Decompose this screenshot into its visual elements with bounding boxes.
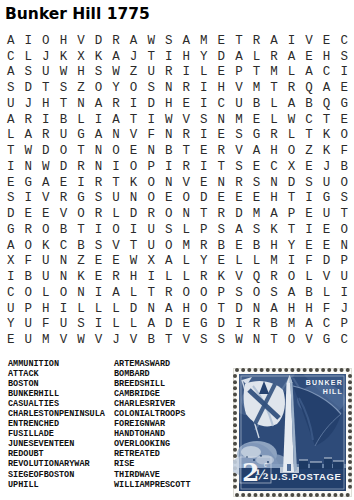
grid-cell: L bbox=[20, 49, 38, 65]
grid-cell: F bbox=[318, 301, 336, 317]
grid-cell: X bbox=[2, 254, 20, 270]
grid-cell: O bbox=[177, 285, 195, 301]
grid-cell: P bbox=[213, 285, 231, 301]
grid-cell: M bbox=[177, 238, 195, 254]
grid-cell: N bbox=[20, 159, 38, 175]
word-list-item: CHARLESRIVER bbox=[114, 399, 191, 409]
grid-cell: E bbox=[195, 143, 213, 159]
grid-cell: A bbox=[318, 80, 336, 96]
grid-cell: I bbox=[20, 33, 38, 49]
grid-cell: O bbox=[142, 191, 160, 207]
grid-cell: O bbox=[55, 143, 73, 159]
word-list-item: CHARLESTONPENINSULA bbox=[8, 409, 105, 419]
grid-cell: R bbox=[248, 33, 266, 49]
grid-cell: I bbox=[107, 159, 125, 175]
grid-cell: A bbox=[2, 112, 20, 128]
grid-cell: S bbox=[248, 175, 266, 191]
grid-cell: U bbox=[318, 206, 336, 222]
word-list-item: FUSILLADE bbox=[8, 429, 105, 439]
grid-cell: C bbox=[335, 332, 353, 348]
grid-cell: E bbox=[300, 238, 318, 254]
grid-cell: M bbox=[37, 332, 55, 348]
grid-cell: Q bbox=[318, 96, 336, 112]
grid-cell: V bbox=[230, 143, 248, 159]
grid-cell: T bbox=[55, 96, 73, 112]
word-list-item: JUNESEVENTEEN bbox=[8, 439, 105, 449]
grid-cell: N bbox=[335, 238, 353, 254]
grid-cell: D bbox=[283, 175, 301, 191]
grid-cell: B bbox=[20, 269, 38, 285]
grid-cell: E bbox=[300, 159, 318, 175]
grid-cell: S bbox=[230, 128, 248, 144]
grid-cell: O bbox=[125, 159, 143, 175]
word-list-item: THIRDWAVE bbox=[114, 470, 191, 480]
grid-cell: S bbox=[230, 285, 248, 301]
grid-cell: R bbox=[160, 285, 178, 301]
grid-cell: V bbox=[125, 332, 143, 348]
grid-cell: W bbox=[55, 65, 73, 81]
grid-cell: A bbox=[300, 317, 318, 333]
grid-cell: R bbox=[107, 96, 125, 112]
grid-cell: D bbox=[195, 191, 213, 207]
grid-cell: D bbox=[20, 80, 38, 96]
grid-cell: R bbox=[213, 143, 231, 159]
grid-cell: B bbox=[335, 159, 353, 175]
grid-cell: H bbox=[160, 96, 178, 112]
grid-cell: A bbox=[160, 254, 178, 270]
grid-cell: C bbox=[318, 65, 336, 81]
grid-cell: W bbox=[160, 112, 178, 128]
grid-cell: R bbox=[20, 222, 38, 238]
grid-cell: S bbox=[230, 159, 248, 175]
grid-cell: S bbox=[20, 65, 38, 81]
grid-cell: H bbox=[283, 301, 301, 317]
grid-cell: D bbox=[318, 254, 336, 270]
grid-cell: T bbox=[160, 332, 178, 348]
grid-cell: B bbox=[248, 96, 266, 112]
grid-cell: S bbox=[335, 49, 353, 65]
grid-cell: N bbox=[142, 143, 160, 159]
grid-cell: U bbox=[37, 269, 55, 285]
grid-cell: O bbox=[72, 206, 90, 222]
grid-cell: A bbox=[265, 206, 283, 222]
grid-cell: N bbox=[90, 143, 108, 159]
grid-cell: C bbox=[2, 49, 20, 65]
grid-cell: I bbox=[195, 159, 213, 175]
grid-cell: D bbox=[55, 159, 73, 175]
grid-cell: B bbox=[55, 112, 73, 128]
grid-cell: H bbox=[37, 301, 55, 317]
grid-cell: S bbox=[90, 191, 108, 207]
grid-cell: S bbox=[213, 222, 231, 238]
word-list-item: BOSTON bbox=[8, 379, 105, 389]
grid-cell: I bbox=[55, 301, 73, 317]
grid-cell: V bbox=[300, 332, 318, 348]
grid-cell: N bbox=[248, 332, 266, 348]
grid-cell: N bbox=[90, 159, 108, 175]
word-list-item: AMMUNITION bbox=[8, 359, 105, 369]
grid-cell: L bbox=[37, 285, 55, 301]
grid-cell: K bbox=[72, 269, 90, 285]
grid-cell: A bbox=[283, 49, 301, 65]
grid-cell: M bbox=[248, 80, 266, 96]
grid-cell: V bbox=[177, 332, 195, 348]
grid-cell: A bbox=[142, 317, 160, 333]
grid-cell: H bbox=[125, 269, 143, 285]
grid-cell: I bbox=[2, 159, 20, 175]
word-list-item: HANDTOHAND bbox=[114, 429, 191, 439]
grid-cell: N bbox=[125, 191, 143, 207]
grid-cell: P bbox=[335, 254, 353, 270]
grid-cell: H bbox=[265, 143, 283, 159]
grid-cell: U bbox=[142, 222, 160, 238]
grid-cell: S bbox=[195, 112, 213, 128]
grid-cell: I bbox=[90, 285, 108, 301]
word-list-item: BREEDSHILL bbox=[114, 379, 191, 389]
grid-cell: B bbox=[300, 285, 318, 301]
stamp-title-line2: HILL bbox=[323, 388, 343, 395]
grid-cell: V bbox=[55, 332, 73, 348]
grid-cell: Y bbox=[2, 317, 20, 333]
grid-cell: M bbox=[265, 65, 283, 81]
grid-cell: B bbox=[248, 238, 266, 254]
grid-cell: J bbox=[20, 96, 38, 112]
grid-cell: I bbox=[177, 65, 195, 81]
grid-cell: E bbox=[55, 175, 73, 191]
grid-cell: T bbox=[72, 222, 90, 238]
grid-cell: P bbox=[142, 159, 160, 175]
grid-cell: K bbox=[125, 175, 143, 191]
grid-cell: I bbox=[300, 222, 318, 238]
grid-cell: E bbox=[213, 65, 231, 81]
word-search-worksheet: Bunker Hill 1775 AIOHVDRAWSAMETRAIVECCLJ… bbox=[0, 0, 354, 500]
grid-cell: N bbox=[213, 175, 231, 191]
grid-cell: I bbox=[90, 222, 108, 238]
bunker-hill-stamp: BUNKER HILL 2 ½ c U.S.POSTAGE bbox=[233, 368, 352, 497]
grid-cell: R bbox=[37, 128, 55, 144]
grid-cell: S bbox=[160, 222, 178, 238]
grid-cell: C bbox=[55, 238, 73, 254]
grid-cell: U bbox=[20, 317, 38, 333]
grid-cell: F bbox=[335, 143, 353, 159]
grid-cell: Y bbox=[107, 80, 125, 96]
grid-cell: A bbox=[125, 33, 143, 49]
grid-cell: E bbox=[300, 206, 318, 222]
grid-cell: B bbox=[55, 222, 73, 238]
grid-cell: Z bbox=[125, 65, 143, 81]
grid-cell: A bbox=[2, 33, 20, 49]
grid-cell: T bbox=[125, 112, 143, 128]
word-list-column-1: AMMUNITIONATTACKBOSTONBUNKERHILLCASUALTI… bbox=[8, 359, 105, 490]
grid-cell: L bbox=[107, 317, 125, 333]
grid-cell: F bbox=[142, 128, 160, 144]
grid-cell: A bbox=[20, 128, 38, 144]
grid-cell: T bbox=[265, 80, 283, 96]
grid-cell: I bbox=[37, 112, 55, 128]
grid-cell: A bbox=[248, 143, 266, 159]
grid-cell: H bbox=[177, 49, 195, 65]
grid-cell: M bbox=[265, 254, 283, 270]
grid-cell: R bbox=[20, 112, 38, 128]
grid-cell: A bbox=[265, 33, 283, 49]
grid-cell: E bbox=[37, 206, 55, 222]
grid-cell: D bbox=[160, 317, 178, 333]
grid-cell: A bbox=[90, 128, 108, 144]
grid-cell: G bbox=[2, 222, 20, 238]
grid-cell: O bbox=[160, 238, 178, 254]
grid-cell: R bbox=[160, 65, 178, 81]
word-list-item: FOREIGNWAR bbox=[114, 419, 191, 429]
grid-cell: L bbox=[195, 65, 213, 81]
grid-cell: L bbox=[125, 317, 143, 333]
grid-cell: N bbox=[107, 128, 125, 144]
grid-cell: O bbox=[125, 80, 143, 96]
word-list-item: SIEGEOFBOSTON bbox=[8, 470, 105, 480]
grid-cell: R bbox=[90, 206, 108, 222]
grid-cell: A bbox=[107, 112, 125, 128]
stamp-title-line1: BUNKER bbox=[306, 379, 343, 386]
grid-cell: O bbox=[107, 222, 125, 238]
grid-cell: E bbox=[335, 80, 353, 96]
grid-cell: I bbox=[195, 80, 213, 96]
grid-cell: V bbox=[300, 33, 318, 49]
grid-cell: H bbox=[318, 49, 336, 65]
grid-cell: V bbox=[125, 128, 143, 144]
word-list-item: ENTRENCHED bbox=[8, 419, 105, 429]
grid-cell: J bbox=[125, 49, 143, 65]
grid-cell: H bbox=[300, 301, 318, 317]
grid-cell: A bbox=[2, 238, 20, 254]
grid-cell: D bbox=[213, 317, 231, 333]
word-list-item: CAMBRIDGE bbox=[114, 389, 191, 399]
grid-cell: E bbox=[248, 191, 266, 207]
grid-cell: C bbox=[2, 285, 20, 301]
grid-cell: E bbox=[248, 112, 266, 128]
grid-cell: O bbox=[248, 285, 266, 301]
stamp-graphic: BUNKER HILL 2 ½ c U.S.POSTAGE bbox=[233, 368, 352, 497]
stamp-us-postage: U.S.POSTAGE bbox=[271, 471, 342, 482]
grid-cell: O bbox=[335, 222, 353, 238]
grid-cell: J bbox=[318, 159, 336, 175]
grid-cell: O bbox=[90, 80, 108, 96]
grid-cell: B bbox=[142, 332, 160, 348]
grid-cell: H bbox=[265, 191, 283, 207]
grid-cell: S bbox=[2, 191, 20, 207]
grid-cell: T bbox=[265, 332, 283, 348]
grid-cell: S bbox=[195, 332, 213, 348]
grid-cell: E bbox=[195, 175, 213, 191]
grid-cell: V bbox=[230, 80, 248, 96]
grid-cell: O bbox=[283, 332, 301, 348]
grid-cell: F bbox=[300, 254, 318, 270]
grid-cell: E bbox=[300, 49, 318, 65]
grid-cell: X bbox=[72, 49, 90, 65]
grid-cell: I bbox=[2, 269, 20, 285]
grid-cell: G bbox=[318, 191, 336, 207]
grid-cell: T bbox=[248, 65, 266, 81]
grid-cell: E bbox=[230, 238, 248, 254]
grid-cell: L bbox=[160, 269, 178, 285]
grid-cell: T bbox=[230, 33, 248, 49]
grid-cell: L bbox=[283, 65, 301, 81]
grid-cell: H bbox=[213, 80, 231, 96]
grid-cell: O bbox=[335, 175, 353, 191]
grid-cell: U bbox=[20, 332, 38, 348]
grid-cell: E bbox=[2, 175, 20, 191]
grid-cell: L bbox=[177, 254, 195, 270]
grid-cell: L bbox=[265, 96, 283, 112]
grid-cell: B bbox=[265, 317, 283, 333]
grid-cell: W bbox=[230, 332, 248, 348]
grid-cell: R bbox=[72, 159, 90, 175]
grid-cell: L bbox=[318, 285, 336, 301]
grid-cell: T bbox=[177, 143, 195, 159]
grid-cell: T bbox=[72, 143, 90, 159]
grid-cell: H bbox=[37, 96, 55, 112]
grid-cell: R bbox=[90, 175, 108, 191]
grid-cell: B bbox=[300, 96, 318, 112]
grid-cell: D bbox=[230, 301, 248, 317]
grid-cell: W bbox=[72, 332, 90, 348]
word-list-item: RISE bbox=[114, 459, 191, 469]
grid-cell: H bbox=[265, 238, 283, 254]
grid-cell: L bbox=[177, 269, 195, 285]
grid-cell: E bbox=[125, 143, 143, 159]
grid-cell: T bbox=[300, 128, 318, 144]
grid-cell: T bbox=[213, 159, 231, 175]
grid-cell: R bbox=[195, 269, 213, 285]
grid-cell: A bbox=[107, 285, 125, 301]
grid-cell: N bbox=[248, 301, 266, 317]
grid-cell: I bbox=[90, 112, 108, 128]
grid-cell: E bbox=[318, 222, 336, 238]
grid-cell: A bbox=[177, 33, 195, 49]
grid-cell: O bbox=[37, 222, 55, 238]
grid-cell: I bbox=[142, 269, 160, 285]
grid-cell: S bbox=[2, 80, 20, 96]
grid-cell: H bbox=[72, 65, 90, 81]
grid-cell: Z bbox=[72, 254, 90, 270]
grid-cell: C bbox=[300, 112, 318, 128]
grid-cell: L bbox=[125, 285, 143, 301]
grid-cell: I bbox=[20, 191, 38, 207]
grid-cell: Y bbox=[195, 49, 213, 65]
grid-cell: G bbox=[72, 191, 90, 207]
grid-cell: M bbox=[283, 317, 301, 333]
letter-grid: AIOHVDRAWSAMETRAIVECCLJKXKAJTIHYDALRAEHS… bbox=[2, 33, 353, 348]
grid-cell: B bbox=[213, 238, 231, 254]
grid-cell: N bbox=[177, 206, 195, 222]
grid-cell: U bbox=[37, 254, 55, 270]
stamp-vignette: BUNKER HILL 2 ½ c U.S.POSTAGE bbox=[233, 374, 346, 491]
grid-cell: V bbox=[90, 332, 108, 348]
grid-cell: R bbox=[248, 317, 266, 333]
grid-cell: S bbox=[55, 80, 73, 96]
grid-cell: L bbox=[248, 254, 266, 270]
grid-cell: O bbox=[177, 191, 195, 207]
grid-cell: I bbox=[160, 159, 178, 175]
grid-cell: I bbox=[125, 96, 143, 112]
grid-cell: U bbox=[335, 269, 353, 285]
grid-cell: O bbox=[20, 238, 38, 254]
grid-cell: T bbox=[142, 285, 160, 301]
grid-cell: L bbox=[177, 222, 195, 238]
grid-cell: E bbox=[213, 128, 231, 144]
grid-cell: U bbox=[55, 317, 73, 333]
grid-cell: R bbox=[265, 49, 283, 65]
grid-cell: S bbox=[72, 317, 90, 333]
grid-cell: E bbox=[90, 269, 108, 285]
grid-cell: E bbox=[213, 254, 231, 270]
grid-cell: U bbox=[230, 96, 248, 112]
grid-cell: S bbox=[142, 80, 160, 96]
grid-cell: D bbox=[213, 49, 231, 65]
grid-cell: K bbox=[37, 238, 55, 254]
word-list-item: WILLIAMPRESCOTT bbox=[114, 480, 191, 490]
grid-cell: B bbox=[72, 238, 90, 254]
grid-cell: E bbox=[2, 332, 20, 348]
grid-cell: O bbox=[55, 285, 73, 301]
grid-cell: I bbox=[283, 254, 301, 270]
grid-cell: L bbox=[107, 301, 125, 317]
grid-cell: R bbox=[177, 128, 195, 144]
grid-cell: N bbox=[213, 112, 231, 128]
grid-cell: N bbox=[55, 254, 73, 270]
grid-cell: J bbox=[37, 49, 55, 65]
grid-cell: W bbox=[125, 254, 143, 270]
grid-cell: T bbox=[318, 112, 336, 128]
word-list-item: UPHILL bbox=[8, 480, 105, 490]
grid-cell: E bbox=[160, 191, 178, 207]
grid-cell: Y bbox=[283, 238, 301, 254]
grid-cell: E bbox=[248, 159, 266, 175]
grid-cell: R bbox=[195, 238, 213, 254]
grid-cell: W bbox=[20, 143, 38, 159]
grid-cell: A bbox=[283, 285, 301, 301]
grid-cell: I bbox=[72, 175, 90, 191]
grid-cell: A bbox=[283, 96, 301, 112]
grid-cell: U bbox=[142, 238, 160, 254]
grid-cell: R bbox=[177, 159, 195, 175]
grid-cell: C bbox=[318, 317, 336, 333]
grid-cell: R bbox=[177, 80, 195, 96]
grid-cell: E bbox=[177, 317, 195, 333]
grid-cell: E bbox=[213, 33, 231, 49]
grid-cell: H bbox=[177, 301, 195, 317]
word-list-column-2: ARTEMASWARDBOMBARDBREEDSHILLCAMBRIDGECHA… bbox=[114, 359, 191, 490]
grid-cell: L bbox=[283, 128, 301, 144]
grid-cell: H bbox=[55, 33, 73, 49]
grid-cell: C bbox=[335, 33, 353, 49]
grid-cell: N bbox=[160, 80, 178, 96]
stamp-fraction: ½ bbox=[255, 467, 269, 482]
grid-cell: S bbox=[335, 191, 353, 207]
grid-cell: I bbox=[335, 285, 353, 301]
grid-cell: W bbox=[283, 112, 301, 128]
grid-cell: O bbox=[283, 269, 301, 285]
grid-cell: U bbox=[142, 65, 160, 81]
grid-cell: G bbox=[195, 317, 213, 333]
grid-cell: L bbox=[107, 206, 125, 222]
grid-cell: T bbox=[283, 222, 301, 238]
grid-cell: S bbox=[248, 222, 266, 238]
grid-cell: D bbox=[125, 206, 143, 222]
grid-cell: F bbox=[20, 254, 38, 270]
grid-cell: I bbox=[160, 49, 178, 65]
grid-cell: E bbox=[107, 254, 125, 270]
grid-cell: R bbox=[107, 269, 125, 285]
grid-cell: O bbox=[283, 143, 301, 159]
